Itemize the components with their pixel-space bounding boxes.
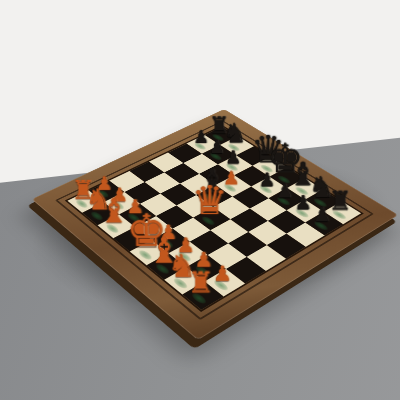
black-pawn-piece[interactable]: ♟ (209, 138, 225, 156)
black-knight-piece[interactable]: ♞ (223, 120, 247, 147)
black-rook-piece[interactable]: ♜ (329, 188, 353, 214)
white-bishop-piece[interactable]: ♝ (99, 193, 129, 227)
white-pawn-piece[interactable]: ♟ (213, 263, 232, 284)
product-photo-scene: ♜♞♛♚♝♞♜♟♟♟♟♟♟♟♟♝♛♟♟♟♟♟♟♟♜♞♝♚♝♞♜ (0, 0, 400, 400)
white-queen-piece[interactable]: ♛ (192, 180, 228, 220)
black-pawn-piece[interactable]: ♟ (294, 193, 311, 212)
white-rook-piece[interactable]: ♜ (187, 268, 213, 297)
black-pawn-piece[interactable]: ♟ (193, 128, 209, 145)
black-pawn-piece[interactable]: ♟ (313, 205, 330, 224)
black-pawn-piece[interactable]: ♟ (259, 170, 276, 189)
black-pawn-piece[interactable]: ♟ (276, 181, 293, 200)
black-pawn-piece[interactable]: ♟ (225, 148, 241, 166)
